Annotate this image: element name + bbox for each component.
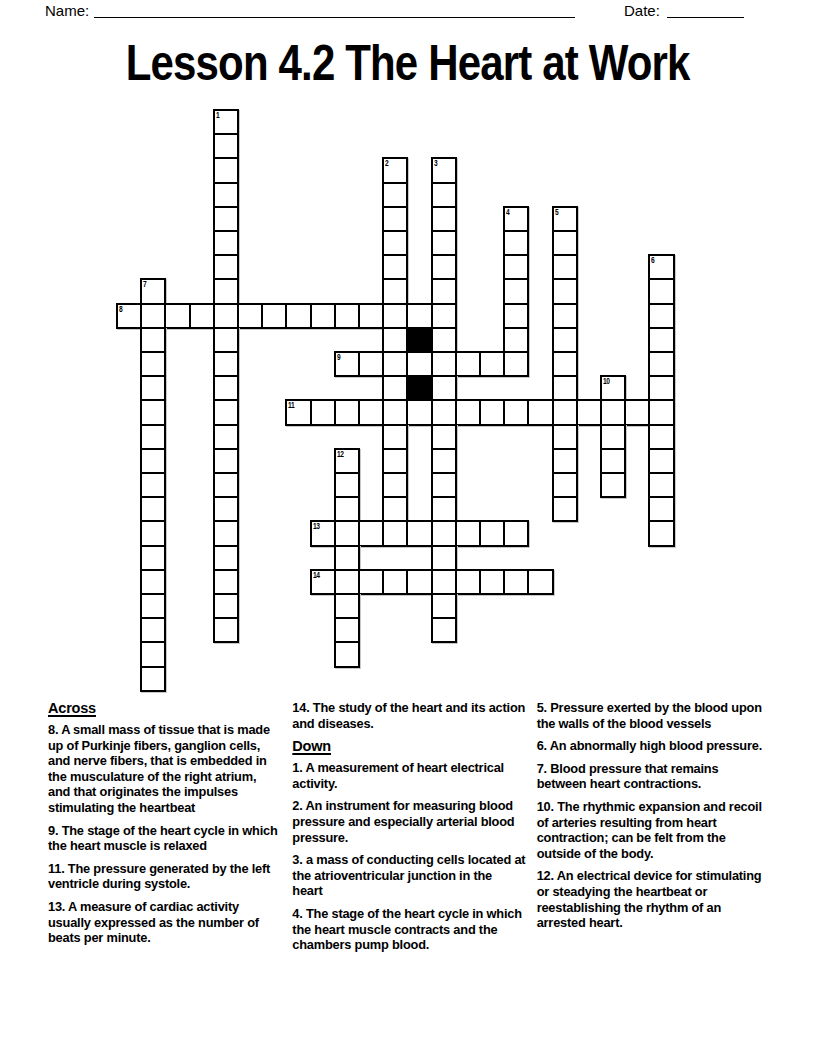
cell-r4c16[interactable]: 4 (503, 206, 529, 232)
cell-r5c13[interactable] (431, 230, 457, 256)
cell-r17c14[interactable] (455, 520, 481, 546)
cell-r9c13[interactable] (431, 327, 457, 353)
cell-r19c13[interactable] (431, 569, 457, 595)
cell-r15c18[interactable] (552, 472, 578, 498)
cell-r14c13[interactable] (431, 448, 457, 474)
cell-r8c22[interactable] (648, 303, 674, 329)
cell-r7c11[interactable] (382, 278, 408, 304)
cell-r19c1[interactable] (140, 569, 166, 595)
cell-r17c22[interactable] (648, 520, 674, 546)
cell-r3c13[interactable] (431, 182, 457, 208)
cell-r8c1[interactable] (140, 303, 166, 329)
cell-r6c18[interactable] (552, 254, 578, 280)
cell-r12c7[interactable]: 11 (285, 399, 311, 425)
clue-across-11: 11. The pressure generated by the left v… (48, 861, 281, 892)
clue-down-6: 6. An abnormally high blood pressure. (537, 738, 770, 754)
cell-r12c20[interactable] (600, 399, 626, 425)
cell-r10c13[interactable] (431, 351, 457, 377)
cell-r10c1[interactable] (140, 351, 166, 377)
cell-r9c11[interactable] (382, 327, 408, 353)
cell-r7c18[interactable] (552, 278, 578, 304)
cell-r1c4[interactable] (213, 133, 239, 159)
cell-r12c14[interactable] (455, 399, 481, 425)
black-cell-r9c12 (406, 327, 432, 353)
cell-r19c16[interactable] (503, 569, 529, 595)
cell-r7c22[interactable] (648, 278, 674, 304)
cell-number-11: 11 (288, 400, 294, 410)
cell-r16c22[interactable] (648, 496, 674, 522)
cell-number-8: 8 (119, 304, 122, 314)
cell-r12c4[interactable] (213, 399, 239, 425)
across-header: Across (48, 700, 281, 716)
cell-r15c13[interactable] (431, 472, 457, 498)
cell-r6c13[interactable] (431, 254, 457, 280)
crossword-grid: 1234567891011121314 (117, 110, 675, 692)
cell-r5c16[interactable] (503, 230, 529, 256)
cell-r17c12[interactable] (406, 520, 432, 546)
cell-r8c4[interactable] (213, 303, 239, 329)
cell-r19c8[interactable]: 14 (310, 569, 336, 595)
clue-down-4: 4. The stage of the heart cycle in which… (292, 906, 525, 953)
cell-r8c3[interactable] (189, 303, 215, 329)
clue-down-5: 5. Pressure exerted by the blood upon th… (537, 700, 770, 731)
cell-r19c12[interactable] (406, 569, 432, 595)
clue-across-13: 13. A measure of cardiac activity usuall… (48, 899, 281, 946)
cell-r8c9[interactable] (334, 303, 360, 329)
cell-r9c16[interactable] (503, 327, 529, 353)
cell-r22c1[interactable] (140, 641, 166, 667)
cell-r8c16[interactable] (503, 303, 529, 329)
cell-r14c22[interactable] (648, 448, 674, 474)
cell-r19c10[interactable] (358, 569, 384, 595)
cell-r21c9[interactable] (334, 617, 360, 643)
cell-r15c9[interactable] (334, 472, 360, 498)
cell-r19c4[interactable] (213, 569, 239, 595)
cell-r17c16[interactable] (503, 520, 529, 546)
clue-down-7: 7. Blood pressure that remains between h… (537, 761, 770, 792)
cell-r12c17[interactable] (527, 399, 553, 425)
cell-r18c1[interactable] (140, 545, 166, 571)
cell-r11c4[interactable] (213, 375, 239, 401)
cell-r8c11[interactable] (382, 303, 408, 329)
cell-r15c4[interactable] (213, 472, 239, 498)
cell-r12c1[interactable] (140, 399, 166, 425)
cell-r7c16[interactable] (503, 278, 529, 304)
cell-r12c21[interactable] (624, 399, 650, 425)
cell-r6c4[interactable] (213, 254, 239, 280)
cell-r13c13[interactable] (431, 424, 457, 450)
cell-r18c9[interactable] (334, 545, 360, 571)
cell-r11c11[interactable] (382, 375, 408, 401)
cell-r11c18[interactable] (552, 375, 578, 401)
cell-r17c1[interactable] (140, 520, 166, 546)
cell-r19c17[interactable] (527, 569, 553, 595)
cell-r10c10[interactable] (358, 351, 384, 377)
cell-r20c13[interactable] (431, 593, 457, 619)
cell-r8c10[interactable] (358, 303, 384, 329)
cell-r13c11[interactable] (382, 424, 408, 450)
cell-r13c18[interactable] (552, 424, 578, 450)
cell-r16c11[interactable] (382, 496, 408, 522)
cell-r8c0[interactable]: 8 (116, 303, 142, 329)
cell-r20c4[interactable] (213, 593, 239, 619)
cell-r12c9[interactable] (334, 399, 360, 425)
cell-r18c13[interactable] (431, 545, 457, 571)
cell-r23c1[interactable] (140, 666, 166, 692)
cell-r6c22[interactable]: 6 (648, 254, 674, 280)
cell-r0c4[interactable]: 1 (213, 109, 239, 135)
cell-r15c22[interactable] (648, 472, 674, 498)
cell-r13c22[interactable] (648, 424, 674, 450)
cell-r9c1[interactable] (140, 327, 166, 353)
cell-r12c12[interactable] (406, 399, 432, 425)
date-label: Date: (624, 2, 660, 19)
cell-r10c11[interactable] (382, 351, 408, 377)
cell-r12c11[interactable] (382, 399, 408, 425)
cell-r10c4[interactable] (213, 351, 239, 377)
cell-r3c11[interactable] (382, 182, 408, 208)
cell-r10c9[interactable]: 9 (334, 351, 360, 377)
cell-number-5: 5 (555, 207, 558, 217)
cell-r10c22[interactable] (648, 351, 674, 377)
cell-r11c22[interactable] (648, 375, 674, 401)
cell-r2c13[interactable]: 3 (431, 157, 457, 183)
cell-number-3: 3 (434, 158, 437, 168)
cell-r14c20[interactable] (600, 448, 626, 474)
clue-column-left: Across8. A small mass of tissue that is … (48, 700, 281, 960)
cell-r3c4[interactable] (213, 182, 239, 208)
cell-r14c4[interactable] (213, 448, 239, 474)
cell-r18c4[interactable] (213, 545, 239, 571)
cell-number-4: 4 (506, 207, 509, 217)
cell-r16c4[interactable] (213, 496, 239, 522)
page-title: Lesson 4.2 The Heart at Work (0, 36, 816, 90)
clue-across-9: 9. The stage of the heart cycle in which… (48, 823, 281, 854)
cell-r8c5[interactable] (237, 303, 263, 329)
cell-r10c12[interactable] (406, 351, 432, 377)
cell-r21c13[interactable] (431, 617, 457, 643)
cell-r15c1[interactable] (140, 472, 166, 498)
cell-r2c11[interactable]: 2 (382, 157, 408, 183)
cell-r9c22[interactable] (648, 327, 674, 353)
name-label: Name: (45, 2, 89, 19)
cell-number-14: 14 (313, 570, 320, 580)
cell-r14c9[interactable]: 12 (334, 448, 360, 474)
name-blank-line[interactable] (94, 17, 575, 18)
clue-across-14: 14. The study of the heart and its actio… (292, 700, 525, 731)
worksheet-header: Name: Date: (45, 2, 771, 24)
cell-r17c9[interactable] (334, 520, 360, 546)
cell-number-1: 1 (216, 110, 219, 120)
cell-number-9: 9 (337, 352, 340, 362)
cell-r17c8[interactable]: 13 (310, 520, 336, 546)
cell-r15c20[interactable] (600, 472, 626, 498)
cell-r19c9[interactable] (334, 569, 360, 595)
cell-r10c15[interactable] (479, 351, 505, 377)
cell-r17c13[interactable] (431, 520, 457, 546)
cell-r12c8[interactable] (310, 399, 336, 425)
cell-r16c13[interactable] (431, 496, 457, 522)
cell-r12c18[interactable] (552, 399, 578, 425)
cell-r8c6[interactable] (261, 303, 287, 329)
cell-r7c1[interactable]: 7 (140, 278, 166, 304)
cell-r12c16[interactable] (503, 399, 529, 425)
cell-r12c10[interactable] (358, 399, 384, 425)
black-cell-r11c12 (406, 375, 432, 401)
cell-r6c16[interactable] (503, 254, 529, 280)
cell-r12c22[interactable] (648, 399, 674, 425)
cell-r8c2[interactable] (164, 303, 190, 329)
clue-down-10: 10. The rhythmic expansion and recoil of… (537, 799, 770, 861)
cell-r9c4[interactable] (213, 327, 239, 353)
cell-r8c13[interactable] (431, 303, 457, 329)
cell-r13c20[interactable] (600, 424, 626, 450)
cell-r7c13[interactable] (431, 278, 457, 304)
cell-r17c15[interactable] (479, 520, 505, 546)
clue-column-right: 5. Pressure exerted by the blood upon th… (537, 700, 770, 960)
cell-r7c4[interactable] (213, 278, 239, 304)
cell-r17c10[interactable] (358, 520, 384, 546)
cell-number-7: 7 (143, 279, 146, 289)
cell-r19c15[interactable] (479, 569, 505, 595)
cell-r8c7[interactable] (285, 303, 311, 329)
cell-r8c18[interactable] (552, 303, 578, 329)
cell-r10c14[interactable] (455, 351, 481, 377)
cell-r2c4[interactable] (213, 157, 239, 183)
cell-number-10: 10 (603, 376, 610, 386)
cell-r14c1[interactable] (140, 448, 166, 474)
cell-r6c11[interactable] (382, 254, 408, 280)
cell-r13c4[interactable] (213, 424, 239, 450)
cell-r12c13[interactable] (431, 399, 457, 425)
cell-r4c11[interactable] (382, 206, 408, 232)
cell-r11c1[interactable] (140, 375, 166, 401)
cell-r10c16[interactable] (503, 351, 529, 377)
cell-r13c1[interactable] (140, 424, 166, 450)
clue-down-12: 12. An electrical device for stimulating… (537, 868, 770, 930)
page-title-text: Lesson 4.2 The Heart at Work (126, 36, 690, 90)
clue-column-middle: 14. The study of the heart and its actio… (292, 700, 525, 960)
cell-r20c1[interactable] (140, 593, 166, 619)
cell-r16c9[interactable] (334, 496, 360, 522)
clue-down-1: 1. A measurement of heart electrical act… (292, 760, 525, 791)
cell-r11c20[interactable]: 10 (600, 375, 626, 401)
cell-number-2: 2 (385, 158, 388, 168)
cell-r12c15[interactable] (479, 399, 505, 425)
cell-r19c11[interactable] (382, 569, 408, 595)
cell-r5c4[interactable] (213, 230, 239, 256)
clue-down-3: 3. a mass of conducting cells located at… (292, 852, 525, 899)
cell-r4c18[interactable]: 5 (552, 206, 578, 232)
clue-across-8: 8. A small mass of tissue that is made u… (48, 722, 281, 816)
cell-r8c8[interactable] (310, 303, 336, 329)
cell-number-13: 13 (313, 521, 320, 531)
cell-r12c19[interactable] (576, 399, 602, 425)
cell-r22c9[interactable] (334, 641, 360, 667)
cell-r16c18[interactable] (552, 496, 578, 522)
cell-r10c18[interactable] (552, 351, 578, 377)
clue-down-2: 2. An instrument for measuring blood pre… (292, 798, 525, 845)
cell-r14c18[interactable] (552, 448, 578, 474)
cell-r19c14[interactable] (455, 569, 481, 595)
cell-r20c9[interactable] (334, 593, 360, 619)
down-header: Down (292, 738, 525, 754)
cell-r11c13[interactable] (431, 375, 457, 401)
cell-r15c11[interactable] (382, 472, 408, 498)
date-blank-line[interactable] (667, 17, 744, 18)
cell-r4c13[interactable] (431, 206, 457, 232)
cell-r4c4[interactable] (213, 206, 239, 232)
cell-number-12: 12 (337, 449, 344, 459)
cell-r17c11[interactable] (382, 520, 408, 546)
cell-r8c12[interactable] (406, 303, 432, 329)
cell-r21c1[interactable] (140, 617, 166, 643)
cell-r5c18[interactable] (552, 230, 578, 256)
cell-r14c11[interactable] (382, 448, 408, 474)
clues-section: Across8. A small mass of tissue that is … (48, 700, 770, 960)
cell-r16c1[interactable] (140, 496, 166, 522)
cell-number-6: 6 (651, 255, 654, 265)
cell-r9c18[interactable] (552, 327, 578, 353)
cell-r5c11[interactable] (382, 230, 408, 256)
cell-r17c4[interactable] (213, 520, 239, 546)
cell-r21c4[interactable] (213, 617, 239, 643)
